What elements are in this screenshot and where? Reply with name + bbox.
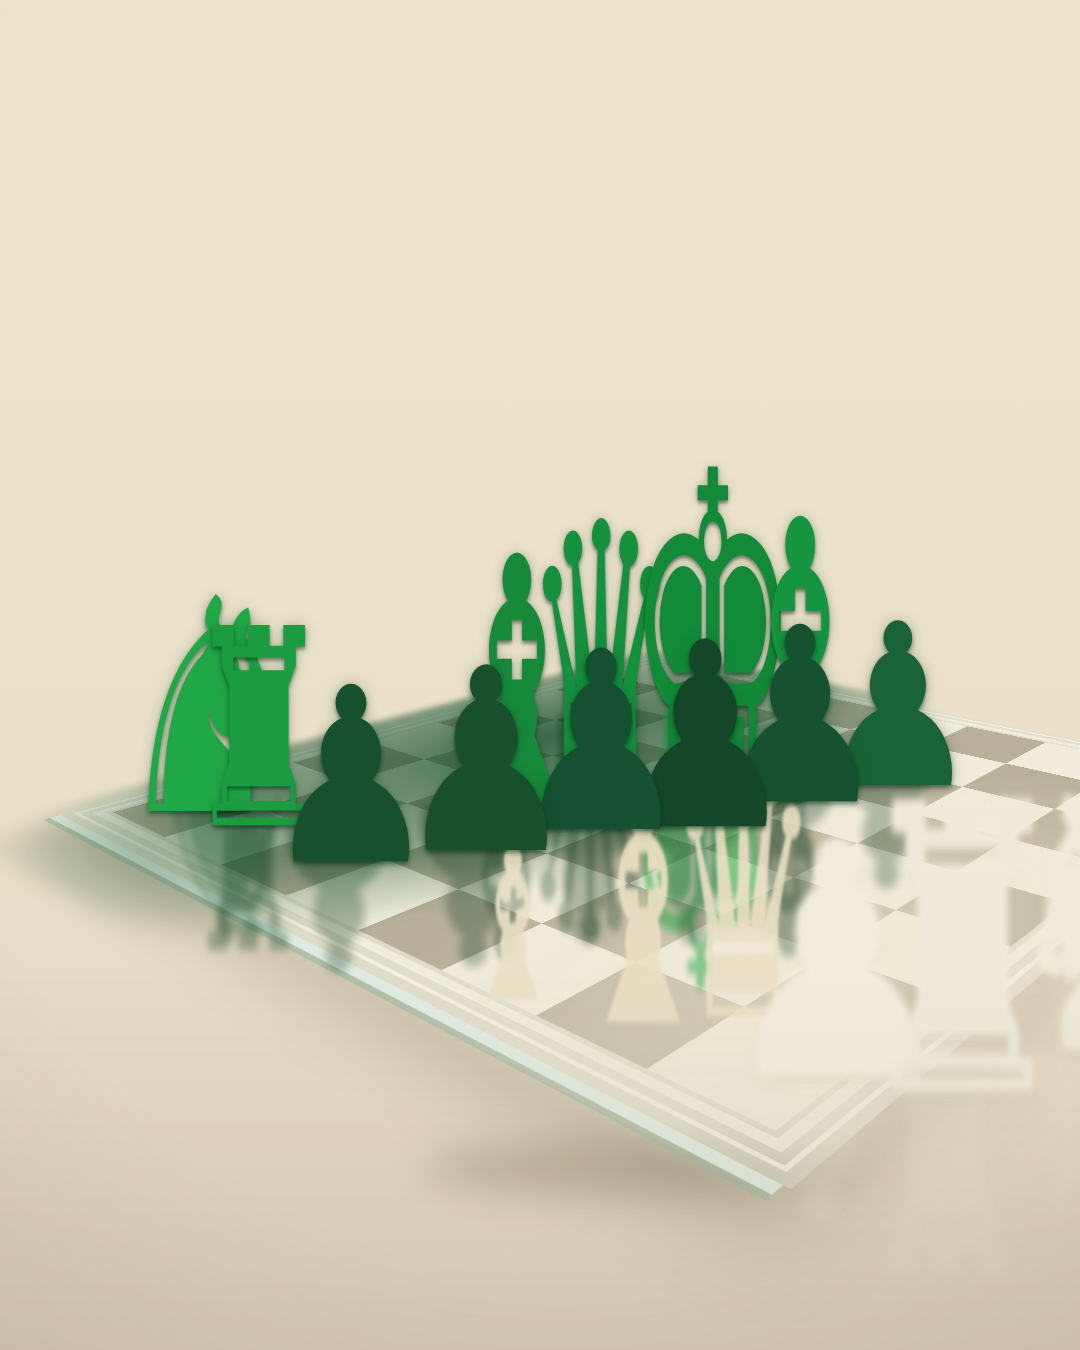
photo-stage: ♛♚♝♟♝♟♞♜♟♟♟♟♝♞♟♜ ♝♝♛ ♛♚♝♟♝♟♞♜♟♟♟♟♝♞♟♜	[0, 0, 1080, 1350]
pieces-layer: ♛♚♝♟♝♟♞♜♟♟♟♟♝♞♟♜	[0, 0, 1080, 1350]
